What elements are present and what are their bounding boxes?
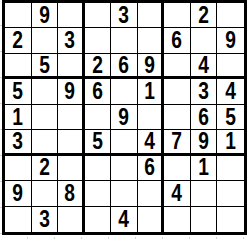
- cell-r7c5[interactable]: [111, 156, 138, 181]
- cell-r3c3[interactable]: [58, 54, 85, 79]
- cell-r6c6[interactable]: 4: [138, 130, 165, 155]
- cell-r8c8[interactable]: [191, 181, 218, 206]
- cell-r8c5[interactable]: [111, 181, 138, 206]
- given-digit: 2: [39, 156, 50, 181]
- given-digit: 9: [119, 105, 130, 130]
- given-digit: 1: [144, 79, 155, 104]
- cell-r3c6[interactable]: 9: [138, 54, 165, 79]
- cell-r9c8[interactable]: [191, 207, 218, 232]
- cell-r2c6[interactable]: [138, 28, 165, 53]
- given-digit: 3: [119, 3, 130, 28]
- cell-r1c5[interactable]: 3: [111, 3, 138, 28]
- cell-r8c3[interactable]: 8: [58, 181, 85, 206]
- cell-r8c4[interactable]: [85, 181, 112, 206]
- cell-r6c2[interactable]: [32, 130, 59, 155]
- cell-r1c1[interactable]: [5, 3, 32, 28]
- cell-r9c5[interactable]: 4: [111, 207, 138, 232]
- cell-r2c1[interactable]: 2: [5, 28, 32, 53]
- given-digit: 4: [198, 54, 209, 78]
- given-digit: 4: [225, 79, 236, 104]
- cell-r9c3[interactable]: [58, 207, 85, 232]
- cell-r3c4[interactable]: 2: [85, 54, 112, 79]
- given-digit: 4: [172, 181, 183, 206]
- cell-r8c1[interactable]: 9: [5, 181, 32, 206]
- cell-r9c4[interactable]: [85, 207, 112, 232]
- given-digit: 9: [39, 3, 50, 28]
- cell-r7c1[interactable]: [5, 156, 32, 181]
- cell-r6c8[interactable]: 9: [191, 130, 218, 155]
- cell-r3c8[interactable]: 4: [191, 54, 218, 79]
- cell-r7c8[interactable]: 1: [191, 156, 218, 181]
- given-digit: 6: [198, 105, 209, 130]
- page: 932236952694596134196535479126198434: [0, 0, 250, 239]
- given-digit: 9: [144, 54, 155, 78]
- given-digit: 5: [12, 79, 23, 104]
- cell-r2c9[interactable]: 9: [217, 28, 244, 53]
- cell-r1c4[interactable]: [85, 3, 112, 28]
- cell-r3c2[interactable]: 5: [32, 54, 59, 79]
- cell-r6c5[interactable]: [111, 130, 138, 155]
- given-digit: 8: [65, 181, 76, 206]
- cell-r7c6[interactable]: 6: [138, 156, 165, 181]
- cell-r1c8[interactable]: 2: [191, 3, 218, 28]
- cell-r8c2[interactable]: [32, 181, 59, 206]
- cell-r4c8[interactable]: 3: [191, 79, 218, 104]
- cell-r5c1[interactable]: 1: [5, 105, 32, 130]
- cell-r9c9[interactable]: [217, 207, 244, 232]
- cell-r6c3[interactable]: [58, 130, 85, 155]
- cell-r7c7[interactable]: [164, 156, 191, 181]
- cell-r5c4[interactable]: [85, 105, 112, 130]
- given-digit: 9: [12, 181, 23, 206]
- cell-r4c7[interactable]: [164, 79, 191, 104]
- given-digit: 5: [92, 130, 103, 154]
- cell-r4c2[interactable]: [32, 79, 59, 104]
- cell-r1c6[interactable]: [138, 3, 165, 28]
- cell-r3c5[interactable]: 6: [111, 54, 138, 79]
- given-digit: 6: [144, 156, 155, 181]
- cell-r4c1[interactable]: 5: [5, 79, 32, 104]
- given-digit: 2: [12, 28, 23, 53]
- cell-r5c8[interactable]: 6: [191, 105, 218, 130]
- given-digit: 1: [198, 156, 209, 181]
- given-digit: 6: [172, 28, 183, 53]
- cell-r4c9[interactable]: 4: [217, 79, 244, 104]
- cell-r4c6[interactable]: 1: [138, 79, 165, 104]
- given-digit: 1: [12, 105, 23, 130]
- cell-r9c1[interactable]: [5, 207, 32, 232]
- cell-r5c9[interactable]: 5: [217, 105, 244, 130]
- cell-r4c4[interactable]: 6: [85, 79, 112, 104]
- background-gridline-ticks-bottom: [1, 237, 249, 239]
- cell-r3c7[interactable]: [164, 54, 191, 79]
- cell-r3c1[interactable]: [5, 54, 32, 79]
- given-digit: 9: [225, 28, 236, 53]
- given-digit: 7: [172, 130, 183, 154]
- sudoku-board: 932236952694596134196535479126198434: [2, 0, 247, 235]
- given-digit: 4: [144, 130, 155, 154]
- cell-r2c2[interactable]: [32, 28, 59, 53]
- cell-r5c2[interactable]: [32, 105, 59, 130]
- cell-r2c5[interactable]: [111, 28, 138, 53]
- given-digit: 3: [198, 79, 209, 104]
- cell-r9c7[interactable]: [164, 207, 191, 232]
- cell-r4c5[interactable]: [111, 79, 138, 104]
- given-digit: 5: [39, 54, 50, 78]
- cell-r1c3[interactable]: [58, 3, 85, 28]
- cell-r2c3[interactable]: 3: [58, 28, 85, 53]
- given-digit: 6: [119, 54, 130, 78]
- given-digit: 5: [225, 105, 236, 130]
- given-digit: 1: [225, 130, 236, 154]
- given-digit: 2: [92, 54, 103, 78]
- cell-r4c3[interactable]: 9: [58, 79, 85, 104]
- given-digit: 3: [12, 130, 23, 154]
- cell-r7c9[interactable]: [217, 156, 244, 181]
- cell-r8c9[interactable]: [217, 181, 244, 206]
- cell-r5c3[interactable]: [58, 105, 85, 130]
- cell-r6c7[interactable]: 7: [164, 130, 191, 155]
- cell-r7c3[interactable]: [58, 156, 85, 181]
- cell-r2c7[interactable]: 6: [164, 28, 191, 53]
- cell-r2c8[interactable]: [191, 28, 218, 53]
- cell-r1c9[interactable]: [217, 3, 244, 28]
- cell-r2c4[interactable]: [85, 28, 112, 53]
- cell-r7c2[interactable]: 2: [32, 156, 59, 181]
- cell-r6c4[interactable]: 5: [85, 130, 112, 155]
- cell-r5c7[interactable]: [164, 105, 191, 130]
- cell-r5c6[interactable]: [138, 105, 165, 130]
- cell-r8c6[interactable]: [138, 181, 165, 206]
- given-digit: 9: [65, 79, 76, 104]
- cell-r3c9[interactable]: [217, 54, 244, 79]
- cell-r1c7[interactable]: [164, 3, 191, 28]
- cell-r7c4[interactable]: [85, 156, 112, 181]
- given-digit: 9: [198, 130, 209, 154]
- cell-r6c9[interactable]: 1: [217, 130, 244, 155]
- given-digit: 4: [119, 207, 130, 232]
- given-digit: 6: [92, 79, 103, 104]
- cell-r8c7[interactable]: 4: [164, 181, 191, 206]
- given-digit: 2: [198, 3, 209, 28]
- cell-r6c1[interactable]: 3: [5, 130, 32, 155]
- cell-r5c5[interactable]: 9: [111, 105, 138, 130]
- given-digit: 3: [39, 207, 50, 232]
- cell-r9c6[interactable]: [138, 207, 165, 232]
- cell-r1c2[interactable]: 9: [32, 3, 59, 28]
- given-digit: 3: [65, 28, 76, 53]
- cell-r9c2[interactable]: 3: [32, 207, 59, 232]
